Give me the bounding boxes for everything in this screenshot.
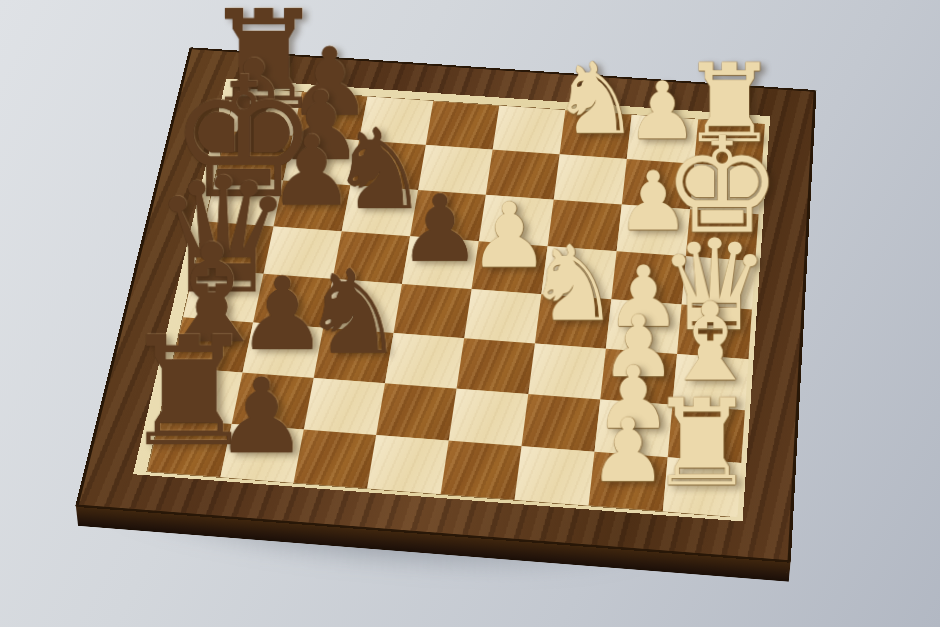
square-e5[interactable] <box>394 284 472 338</box>
square-g4[interactable] <box>449 389 529 447</box>
chess-board-frame: ♜♟♞♟♜♝♟♚♟♞♟♚♟♟♛♞♟♛♝♟♞♟♝♟♜♟♟♜ <box>75 47 816 562</box>
piece-black-pawn-h7[interactable]: ♟ <box>215 364 308 468</box>
square-h4[interactable] <box>441 441 522 500</box>
square-f6[interactable]: ♞ <box>314 328 394 384</box>
square-d5[interactable]: ♟ <box>402 236 479 289</box>
board-maple-border: ♜♟♞♟♜♝♟♚♟♞♟♚♟♟♛♞♟♛♝♟♞♟♝♟♜♟♟♜ <box>133 79 770 522</box>
board-squares: ♜♟♞♟♜♝♟♚♟♞♟♚♟♟♛♞♟♛♝♟♞♟♝♟♜♟♟♜ <box>146 87 758 518</box>
scene: ♜♟♞♟♜♝♟♚♟♞♟♚♟♟♛♞♟♛♝♟♞♟♝♟♜♟♟♜ <box>0 0 940 627</box>
square-h5[interactable] <box>367 435 449 494</box>
piece-black-knight-f6[interactable]: ♞ <box>301 255 405 371</box>
board-right-edge <box>785 90 813 584</box>
square-f4[interactable] <box>457 338 535 394</box>
square-h1[interactable]: ♜ <box>663 457 741 517</box>
square-h3[interactable] <box>514 446 594 505</box>
photo-stage: ♜♟♞♟♜♝♟♚♟♞♟♚♟♟♛♞♟♛♝♟♞♟♝♟♜♟♟♜ <box>0 0 940 627</box>
square-g5[interactable] <box>376 383 456 440</box>
square-a5[interactable] <box>426 101 499 150</box>
piece-white-rook-h1[interactable]: ♜ <box>648 384 755 504</box>
square-g6[interactable] <box>304 378 385 435</box>
square-a3[interactable]: ♞ <box>560 110 632 159</box>
square-h7[interactable]: ♟ <box>220 424 303 483</box>
